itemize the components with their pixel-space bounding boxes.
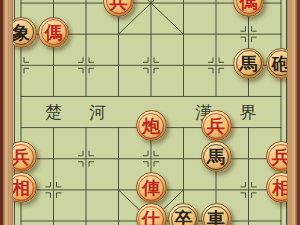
piece-black-soldier[interactable]: 卒 [168,203,199,225]
wood-grain [0,0,13,225]
piece-grid: 兵傌象傌馬砲炮兵兵馬兵相俥相仕卒車 [5,0,298,225]
piece-red-chariot[interactable]: 俥 [136,172,167,203]
piece-red-horse[interactable]: 傌 [233,0,264,17]
xiangqi-board: 楚河 漢界 兵傌象傌馬砲炮兵兵馬兵相俥相仕卒車 [0,0,300,225]
piece-black-chariot[interactable]: 車 [201,203,232,225]
piece-black-horse[interactable]: 馬 [201,141,232,172]
piece-red-soldier[interactable]: 兵 [201,110,232,141]
piece-black-horse[interactable]: 馬 [233,48,264,79]
piece-red-soldier[interactable]: 兵 [103,0,134,17]
board-frame-left [0,0,13,225]
board-frame-right [287,0,300,225]
piece-red-advisor[interactable]: 仕 [136,203,167,225]
piece-red-cannon[interactable]: 炮 [136,110,167,141]
piece-red-horse[interactable]: 傌 [38,17,69,48]
wood-grain [287,0,300,225]
